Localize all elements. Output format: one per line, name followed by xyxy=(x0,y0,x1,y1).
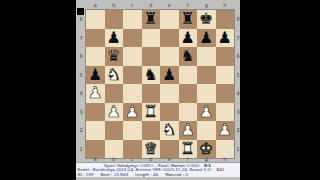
rank-label-left-6: 6 xyxy=(80,54,83,59)
square-a2 xyxy=(86,121,105,140)
stat-label: Length : xyxy=(135,172,151,177)
square-f5 xyxy=(179,66,198,85)
square-d4 xyxy=(142,84,161,103)
white-knight-e2: ♞ xyxy=(162,122,176,138)
rank-label-left-3: 3 xyxy=(80,109,83,114)
square-e6 xyxy=(160,47,179,66)
square-h2: ♟ xyxy=(216,121,235,140)
black-knight-d5: ♞ xyxy=(144,66,158,82)
square-b6: ♛ xyxy=(105,47,124,66)
rank-label-right-1: 1 xyxy=(237,146,240,151)
black-pawn-a5: ♟ xyxy=(88,66,102,82)
square-c6 xyxy=(123,47,142,66)
eco-code: B41 xyxy=(217,168,225,173)
video-frame: { "game": "chess", "position": { "fen": … xyxy=(0,0,320,180)
square-h3 xyxy=(216,103,235,122)
white-king-g1: ♚ xyxy=(199,140,213,156)
square-c2 xyxy=(123,121,142,140)
white-pawn-b3: ♟ xyxy=(107,103,121,119)
white-pawn-a4: ♟ xyxy=(88,85,102,101)
square-f4 xyxy=(179,84,198,103)
stat-value: 46 xyxy=(153,172,158,177)
chess-board: ♜♜♚♟♟♟♟♛♞♟♞♞♟♟♟♟♜♟♞♟♟♛♜♚ xyxy=(86,10,234,158)
white-pawn-c3: ♟ xyxy=(125,103,139,119)
stat-value: 0 xyxy=(186,172,189,177)
white-knight-b5: ♞ xyxy=(107,66,121,82)
black-pawn-h7: ♟ xyxy=(218,29,232,45)
square-b3: ♟ xyxy=(105,103,124,122)
square-e8 xyxy=(160,10,179,29)
stat-label: Next : xyxy=(101,172,113,177)
square-e4 xyxy=(160,84,179,103)
square-h5 xyxy=(216,66,235,85)
square-g4 xyxy=(197,84,216,103)
square-d6 xyxy=(142,47,161,66)
stats-line: ID :939Next :25.Rd3Length :46Material :0 xyxy=(76,172,239,177)
square-b2 xyxy=(105,121,124,140)
rank-label-right-7: 7 xyxy=(237,35,240,40)
square-b5: ♞ xyxy=(105,66,124,85)
letterbox-left xyxy=(0,0,76,180)
rank-label-right-6: 6 xyxy=(237,54,240,59)
black-rook-d8: ♜ xyxy=(144,11,158,27)
rank-label-left-2: 2 xyxy=(80,128,83,133)
stat-label: Material : xyxy=(165,172,184,177)
black-knight-f6: ♞ xyxy=(181,48,195,64)
stat-length: Length :46 xyxy=(135,172,158,177)
square-g8: ♚ xyxy=(197,10,216,29)
rank-label-right-5: 5 xyxy=(237,72,240,77)
game-info-banner: Vyzel, Volodymyr (2381) -- Putei, Marton… xyxy=(76,162,240,177)
square-f6: ♞ xyxy=(179,47,198,66)
file-label-top-e: e xyxy=(168,3,171,8)
square-e3 xyxy=(160,103,179,122)
square-g7: ♟ xyxy=(197,29,216,48)
black-pawn-g7: ♟ xyxy=(199,29,213,45)
square-d3: ♜ xyxy=(142,103,161,122)
stat-value: 25.Rd3 xyxy=(114,172,128,177)
letterbox-right xyxy=(240,0,320,180)
file-label-top-a: a xyxy=(94,3,97,8)
black-queen-b6: ♛ xyxy=(107,48,121,64)
black-pawn-f7: ♟ xyxy=(181,29,195,45)
square-e2: ♞ xyxy=(160,121,179,140)
square-d8: ♜ xyxy=(142,10,161,29)
stat-value: 939 xyxy=(86,172,94,177)
square-e7 xyxy=(160,29,179,48)
rank-label-right-8: 8 xyxy=(237,17,240,22)
square-d5: ♞ xyxy=(142,66,161,85)
square-a7 xyxy=(86,29,105,48)
square-b4 xyxy=(105,84,124,103)
black-king-g8: ♚ xyxy=(199,11,213,27)
white-pawn-h2: ♟ xyxy=(218,122,232,138)
square-c4 xyxy=(123,84,142,103)
white-rook-d3: ♜ xyxy=(144,103,158,119)
diagram-panel: ♜♜♚♟♟♟♟♛♞♟♞♞♟♟♟♟♜♟♞♟♟♛♜♚ aabbccddeeffggh… xyxy=(76,0,240,180)
square-g2 xyxy=(197,121,216,140)
file-label-top-h: h xyxy=(223,3,226,8)
square-a5: ♟ xyxy=(86,66,105,85)
file-label-top-d: d xyxy=(149,3,152,8)
stat-id: ID :939 xyxy=(78,172,94,177)
stat-material: Material :0 xyxy=(165,172,188,177)
rank-label-left-1: 1 xyxy=(80,146,83,151)
square-h7: ♟ xyxy=(216,29,235,48)
square-g5 xyxy=(197,66,216,85)
rank-label-left-5: 5 xyxy=(80,72,83,77)
black-pawn-b7: ♟ xyxy=(107,29,121,45)
square-a3 xyxy=(86,103,105,122)
square-a6 xyxy=(86,47,105,66)
square-c3: ♟ xyxy=(123,103,142,122)
rank-label-right-2: 2 xyxy=(237,128,240,133)
white-queen-d1: ♛ xyxy=(144,140,158,156)
square-f2: ♟ xyxy=(179,121,198,140)
square-h8 xyxy=(216,10,235,29)
white-pawn-g3: ♟ xyxy=(199,103,213,119)
square-h6 xyxy=(216,47,235,66)
square-f8: ♜ xyxy=(179,10,198,29)
rank-label-left-8: 8 xyxy=(80,17,83,22)
square-b8 xyxy=(105,10,124,29)
square-g3: ♟ xyxy=(197,103,216,122)
rank-label-right-3: 3 xyxy=(237,109,240,114)
stat-next: Next :25.Rd3 xyxy=(101,172,129,177)
file-label-top-g: g xyxy=(205,3,208,8)
square-e5: ♟ xyxy=(160,66,179,85)
square-c5 xyxy=(123,66,142,85)
square-a4: ♟ xyxy=(86,84,105,103)
square-f3 xyxy=(179,103,198,122)
black-rook-f8: ♜ xyxy=(181,11,195,27)
file-label-top-c: c xyxy=(131,3,134,8)
square-a8 xyxy=(86,10,105,29)
file-label-top-b: b xyxy=(112,3,115,8)
rank-label-right-4: 4 xyxy=(237,91,240,96)
black-to-move-indicator xyxy=(77,8,84,15)
square-g6 xyxy=(197,47,216,66)
stat-label: ID : xyxy=(78,172,85,177)
square-f7: ♟ xyxy=(179,29,198,48)
square-d2 xyxy=(142,121,161,140)
white-pawn-f2: ♟ xyxy=(181,122,195,138)
square-c7 xyxy=(123,29,142,48)
white-rook-f1: ♜ xyxy=(181,140,195,156)
square-c8 xyxy=(123,10,142,29)
black-pawn-e5: ♟ xyxy=(162,66,176,82)
square-d7 xyxy=(142,29,161,48)
square-h4 xyxy=(216,84,235,103)
square-b7: ♟ xyxy=(105,29,124,48)
rank-label-left-7: 7 xyxy=(80,35,83,40)
file-label-top-f: f xyxy=(187,3,189,8)
rank-label-left-4: 4 xyxy=(80,91,83,96)
